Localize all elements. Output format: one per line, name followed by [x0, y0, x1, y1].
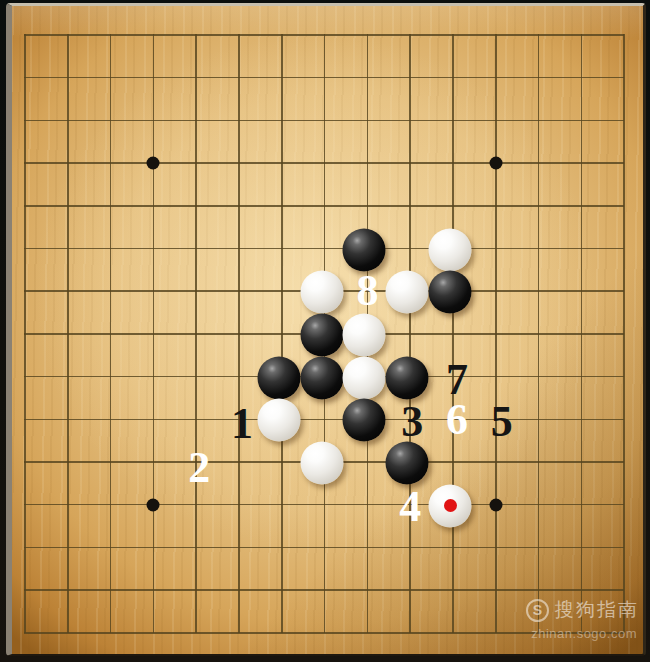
white-stone [343, 313, 386, 356]
white-stone [300, 271, 343, 314]
move-label-5: 5 [491, 400, 513, 444]
watermark-brand: 搜狗指南 [555, 597, 639, 623]
white-stone [257, 399, 300, 442]
black-stone [300, 356, 343, 399]
grid-line-vertical [495, 34, 497, 633]
move-label-6: 6 [446, 398, 468, 442]
star-point [147, 157, 160, 170]
move-label-1: 1 [231, 402, 253, 446]
move-label-8: 8 [356, 269, 378, 313]
black-stone [386, 356, 429, 399]
star-point [147, 498, 160, 511]
grid-line-horizontal [24, 419, 624, 421]
black-stone [257, 356, 300, 399]
grid-line-vertical [409, 34, 411, 633]
grid-line-vertical [538, 34, 540, 633]
red-dot-marker [444, 499, 457, 512]
grid[interactable]: 12345678 [25, 35, 625, 633]
black-stone [343, 399, 386, 442]
move-label-4: 4 [399, 485, 421, 529]
star-point [489, 157, 502, 170]
black-stone [343, 228, 386, 271]
goban-board: 12345678 S 搜狗指南 zhinan.sogo.com [6, 3, 646, 656]
move-label-3: 3 [401, 400, 423, 444]
sogou-logo-icon: S [526, 599, 549, 622]
grid-line-vertical [581, 34, 583, 633]
screenshot-root: 12345678 S 搜狗指南 zhinan.sogo.com [0, 0, 650, 662]
black-stone [300, 313, 343, 356]
grid-line-horizontal [24, 589, 624, 591]
white-stone [343, 356, 386, 399]
white-stone [300, 442, 343, 485]
grid-line-horizontal [24, 547, 624, 549]
grid-line-vertical [623, 34, 625, 633]
watermark-url: zhinan.sogo.com [526, 626, 639, 641]
move-label-2: 2 [188, 446, 210, 490]
grid-line-horizontal [24, 504, 624, 506]
watermark: S 搜狗指南 zhinan.sogo.com [526, 597, 639, 641]
white-stone [429, 484, 472, 527]
move-label-7: 7 [446, 358, 468, 402]
grid-line-vertical [452, 34, 454, 633]
black-stone [429, 271, 472, 314]
white-stone [386, 271, 429, 314]
white-stone [429, 228, 472, 271]
black-stone [386, 442, 429, 485]
star-point [489, 498, 502, 511]
watermark-brand-row: S 搜狗指南 [526, 597, 639, 623]
